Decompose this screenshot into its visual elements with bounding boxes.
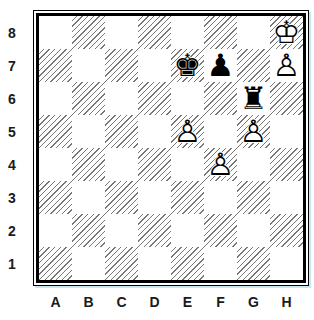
white-pawn: ♟♙ xyxy=(237,115,270,148)
square-f4: ♟♙ xyxy=(204,148,237,181)
square-e8 xyxy=(171,16,204,49)
square-b7 xyxy=(72,49,105,82)
square-g4 xyxy=(237,148,270,181)
square-f8 xyxy=(204,16,237,49)
file-label-c: C xyxy=(105,294,138,310)
square-a8 xyxy=(39,16,72,49)
square-a1 xyxy=(39,247,72,280)
rank-label-2: 2 xyxy=(0,214,24,247)
square-d2 xyxy=(138,214,171,247)
square-a2 xyxy=(39,214,72,247)
square-e3 xyxy=(171,181,204,214)
white-pawn: ♟♙ xyxy=(204,148,237,181)
square-b8 xyxy=(72,16,105,49)
file-label-d: D xyxy=(138,294,171,310)
white-pawn: ♟♙ xyxy=(270,49,303,82)
square-c8 xyxy=(105,16,138,49)
square-d7 xyxy=(138,49,171,82)
square-e1 xyxy=(171,247,204,280)
square-h2 xyxy=(270,214,303,247)
square-g1 xyxy=(237,247,270,280)
square-b1 xyxy=(72,247,105,280)
square-g3 xyxy=(237,181,270,214)
square-d3 xyxy=(138,181,171,214)
square-c6 xyxy=(105,82,138,115)
square-e7: ♚ xyxy=(171,49,204,82)
square-c7 xyxy=(105,49,138,82)
black-rook: ♜ xyxy=(237,82,270,115)
white-king-outline-layer: ♔ xyxy=(270,16,303,49)
square-h3 xyxy=(270,181,303,214)
white-pawn: ♟♙ xyxy=(171,115,204,148)
file-labels: ABCDEFGH xyxy=(39,294,303,310)
black-rook-glyph: ♜ xyxy=(237,82,270,115)
square-c1 xyxy=(105,247,138,280)
square-d4 xyxy=(138,148,171,181)
square-d1 xyxy=(138,247,171,280)
black-king-glyph: ♚ xyxy=(171,49,204,82)
square-f5 xyxy=(204,115,237,148)
square-f7: ♟ xyxy=(204,49,237,82)
square-e6 xyxy=(171,82,204,115)
white-pawn-outline-layer: ♙ xyxy=(171,115,204,148)
square-a7 xyxy=(39,49,72,82)
square-d8 xyxy=(138,16,171,49)
square-h6 xyxy=(270,82,303,115)
square-b4 xyxy=(72,148,105,181)
square-b3 xyxy=(72,181,105,214)
square-e5: ♟♙ xyxy=(171,115,204,148)
square-h8: ♚♔ xyxy=(270,16,303,49)
file-label-e: E xyxy=(171,294,204,310)
square-g2 xyxy=(237,214,270,247)
square-f3 xyxy=(204,181,237,214)
square-c5 xyxy=(105,115,138,148)
rank-labels: 87654321 xyxy=(0,16,24,280)
square-a4 xyxy=(39,148,72,181)
square-h4 xyxy=(270,148,303,181)
file-label-b: B xyxy=(72,294,105,310)
rank-label-5: 5 xyxy=(0,115,24,148)
rank-label-3: 3 xyxy=(0,181,24,214)
square-c4 xyxy=(105,148,138,181)
square-g6: ♜ xyxy=(237,82,270,115)
square-b6 xyxy=(72,82,105,115)
square-f2 xyxy=(204,214,237,247)
white-king: ♚♔ xyxy=(270,16,303,49)
square-h1 xyxy=(270,247,303,280)
square-g7 xyxy=(237,49,270,82)
rank-label-4: 4 xyxy=(0,148,24,181)
square-d6 xyxy=(138,82,171,115)
white-pawn-outline-layer: ♙ xyxy=(237,115,270,148)
rank-label-7: 7 xyxy=(0,49,24,82)
square-h5 xyxy=(270,115,303,148)
rank-label-1: 1 xyxy=(0,247,24,280)
white-pawn-outline-layer: ♙ xyxy=(204,148,237,181)
square-b5 xyxy=(72,115,105,148)
square-e4 xyxy=(171,148,204,181)
file-label-g: G xyxy=(237,294,270,310)
square-f1 xyxy=(204,247,237,280)
file-label-a: A xyxy=(39,294,72,310)
file-label-f: F xyxy=(204,294,237,310)
rank-label-6: 6 xyxy=(0,82,24,115)
square-f6 xyxy=(204,82,237,115)
chess-board: ♚♔♚♟♟♙♜♟♙♟♙♟♙ xyxy=(36,13,306,283)
square-a6 xyxy=(39,82,72,115)
chess-diagram: 87654321 ♚♔♚♟♟♙♜♟♙♟♙♟♙ ABCDEFGH xyxy=(0,0,314,320)
black-pawn: ♟ xyxy=(204,49,237,82)
board-frame: ♚♔♚♟♟♙♜♟♙♟♙♟♙ xyxy=(33,10,309,286)
white-pawn-outline-layer: ♙ xyxy=(270,49,303,82)
square-g8 xyxy=(237,16,270,49)
black-pawn-glyph: ♟ xyxy=(204,49,237,82)
square-g5: ♟♙ xyxy=(237,115,270,148)
square-a3 xyxy=(39,181,72,214)
square-d5 xyxy=(138,115,171,148)
rank-label-8: 8 xyxy=(0,16,24,49)
square-c2 xyxy=(105,214,138,247)
square-e2 xyxy=(171,214,204,247)
square-a5 xyxy=(39,115,72,148)
square-c3 xyxy=(105,181,138,214)
square-b2 xyxy=(72,214,105,247)
black-king: ♚ xyxy=(171,49,204,82)
file-label-h: H xyxy=(270,294,303,310)
square-h7: ♟♙ xyxy=(270,49,303,82)
